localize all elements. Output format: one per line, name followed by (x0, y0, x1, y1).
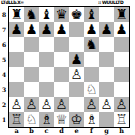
square-h3[interactable] (114, 82, 129, 97)
square-g6[interactable] (99, 37, 114, 52)
black-pawn-icon: ♟ (85, 22, 97, 37)
rank-label-6: 6 (0, 37, 8, 52)
square-c3[interactable] (39, 82, 54, 97)
black-king-icon: ♚ (70, 7, 82, 22)
square-h1[interactable]: ♖ (114, 112, 129, 127)
square-g5[interactable] (99, 52, 114, 67)
square-a8[interactable]: ♜ (9, 7, 24, 22)
chess-board: ♜♞♝♛♚♝♜♟♟♟♟♟♟♟♞♟♙♘♙♙♙♙♙♙♙♖♘♗♕♔♗♖ (8, 6, 130, 128)
black-knight-icon: ♞ (85, 37, 97, 52)
square-h4[interactable] (114, 67, 129, 82)
white-pawn-icon: ♙ (85, 97, 97, 112)
square-a1[interactable]: ♖ (9, 112, 24, 127)
square-d4[interactable] (54, 67, 69, 82)
black-pawn-icon: ♟ (115, 22, 127, 37)
square-h6[interactable] (114, 37, 129, 52)
square-a2[interactable]: ♙ (9, 97, 24, 112)
file-label-h: h (114, 127, 129, 135)
black-rook-icon: ♜ (115, 7, 127, 22)
white-rook-icon: ♖ (10, 112, 22, 127)
rank-label-8: 8 (0, 7, 8, 22)
square-e1[interactable]: ♔ (69, 112, 84, 127)
square-d1[interactable]: ♕ (54, 112, 69, 127)
square-g4[interactable] (99, 67, 114, 82)
white-rook-icon: ♖ (115, 112, 127, 127)
file-label-d: d (54, 127, 69, 135)
file-label-b: b (24, 127, 39, 135)
white-pawn-icon: ♙ (25, 97, 37, 112)
square-d5[interactable] (54, 52, 69, 67)
black-bishop-icon: ♝ (40, 7, 52, 22)
square-c1[interactable]: ♗ (39, 112, 54, 127)
square-d7[interactable]: ♟ (54, 22, 69, 37)
square-b6[interactable] (24, 37, 39, 52)
square-e6[interactable] (69, 37, 84, 52)
file-label-c: c (39, 127, 54, 135)
square-c4[interactable] (39, 67, 54, 82)
square-f1[interactable]: ♗ (84, 112, 99, 127)
square-b7[interactable]: ♟ (24, 22, 39, 37)
file-labels: abcdefgh (9, 127, 129, 135)
rank-label-1: 1 (0, 112, 8, 127)
white-queen-icon: ♕ (55, 112, 67, 127)
square-a5[interactable] (9, 52, 24, 67)
white-knight-icon: ♘ (25, 112, 37, 127)
square-h2[interactable]: ♙ (114, 97, 129, 112)
black-pawn-icon: ♟ (25, 22, 37, 37)
square-e2[interactable] (69, 97, 84, 112)
rank-label-5: 5 (0, 52, 8, 67)
black-bishop-icon: ♝ (85, 7, 97, 22)
rank-labels: 87654321 (0, 7, 8, 127)
square-a7[interactable]: ♟ (9, 22, 24, 37)
white-pawn-icon: ♙ (115, 97, 127, 112)
white-bishop-icon: ♗ (85, 112, 97, 127)
white-pawn-icon: ♙ (10, 97, 22, 112)
square-c5[interactable] (39, 52, 54, 67)
square-e8[interactable]: ♚ (69, 7, 84, 22)
square-f6[interactable]: ♞ (84, 37, 99, 52)
rank-label-7: 7 (0, 22, 8, 37)
square-d8[interactable]: ♛ (54, 7, 69, 22)
square-g2[interactable]: ♙ (99, 97, 114, 112)
white-pawn-icon: ♙ (70, 67, 82, 82)
black-pawn-icon: ♟ (70, 52, 82, 67)
square-a4[interactable] (9, 67, 24, 82)
square-b2[interactable]: ♙ (24, 97, 39, 112)
square-b1[interactable]: ♘ (24, 112, 39, 127)
file-label-f: f (84, 127, 99, 135)
square-h5[interactable] (114, 52, 129, 67)
black-queen-icon: ♛ (55, 7, 67, 22)
rank-label-4: 4 (0, 67, 8, 82)
rank-label-3: 3 (0, 82, 8, 97)
file-label-e: e (69, 127, 84, 135)
black-pawn-icon: ♟ (55, 22, 67, 37)
square-e5[interactable]: ♟ (69, 52, 84, 67)
square-b3[interactable] (24, 82, 39, 97)
black-pawn-icon: ♟ (100, 22, 112, 37)
square-f2[interactable]: ♙ (84, 97, 99, 112)
square-h8[interactable]: ♜ (114, 7, 129, 22)
black-pawn-icon: ♟ (10, 22, 22, 37)
white-king-icon: ♔ (70, 112, 82, 127)
square-c2[interactable]: ♙ (39, 97, 54, 112)
square-a6[interactable] (9, 37, 24, 52)
square-d2[interactable]: ♙ (54, 97, 69, 112)
square-a3[interactable] (9, 82, 24, 97)
square-c8[interactable]: ♝ (39, 7, 54, 22)
square-b5[interactable] (24, 52, 39, 67)
square-b4[interactable] (24, 67, 39, 82)
square-d6[interactable] (54, 37, 69, 52)
square-f8[interactable]: ♝ (84, 7, 99, 22)
square-f5[interactable] (84, 52, 99, 67)
file-label-g: g (99, 127, 114, 135)
square-f4[interactable] (84, 67, 99, 82)
square-e4[interactable]: ♙ (69, 67, 84, 82)
white-pawn-icon: ♙ (40, 97, 52, 112)
white-bishop-icon: ♗ (40, 112, 52, 127)
rank-label-2: 2 (0, 97, 8, 112)
square-g1[interactable] (99, 112, 114, 127)
black-rook-icon: ♜ (10, 7, 22, 22)
square-e7[interactable] (69, 22, 84, 37)
square-c6[interactable] (39, 37, 54, 52)
square-e3[interactable] (69, 82, 84, 97)
square-g3[interactable] (99, 82, 114, 97)
square-c7[interactable]: ♟ (39, 22, 54, 37)
black-knight-icon: ♞ (25, 7, 37, 22)
chess-app-window: LTdLLb.X= :: WUULLTD 87654321 ♜♞♝♛♚♝♜♟♟♟… (0, 0, 135, 135)
square-f7[interactable]: ♟ (84, 22, 99, 37)
white-pawn-icon: ♙ (55, 97, 67, 112)
white-pawn-icon: ♙ (100, 97, 112, 112)
square-b8[interactable]: ♞ (24, 7, 39, 22)
file-label-a: a (9, 127, 24, 135)
white-knight-icon: ♘ (85, 82, 97, 97)
black-pawn-icon: ♟ (40, 22, 52, 37)
square-g7[interactable]: ♟ (99, 22, 114, 37)
square-d3[interactable] (54, 82, 69, 97)
square-f3[interactable]: ♘ (84, 82, 99, 97)
square-g8[interactable] (99, 7, 114, 22)
square-h7[interactable]: ♟ (114, 22, 129, 37)
